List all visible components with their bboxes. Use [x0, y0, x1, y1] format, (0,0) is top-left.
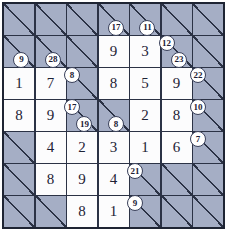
across-clue-circle: 7	[190, 131, 206, 147]
entry-cell-r4c2[interactable]: 9	[36, 100, 66, 131]
entry-cell-r4c6[interactable]: 8	[162, 100, 192, 131]
blocked-cell-r4c7: 10	[193, 100, 223, 131]
blocked-cell-r1c3	[67, 4, 97, 35]
cell-value: 4	[110, 171, 118, 188]
blocked-cell-r7c1	[4, 196, 34, 227]
blocked-cell-r5c1	[4, 132, 34, 163]
down-clue-circle: 23	[171, 52, 187, 68]
blocked-cell-r1c2	[36, 4, 66, 35]
across-clue-circle: 22	[190, 67, 206, 83]
cell-value: 9	[173, 75, 181, 92]
blocked-cell-r2c7	[193, 36, 223, 67]
cell-value: 8	[78, 203, 86, 220]
down-clue-circle: 17	[108, 20, 124, 36]
entry-cell-r2c4[interactable]: 9	[99, 36, 129, 67]
across-clue-circle: 9	[127, 195, 143, 211]
cell-value: 9	[110, 43, 118, 60]
entry-cell-r5c2[interactable]: 4	[36, 132, 66, 163]
cell-value: 1	[110, 203, 118, 220]
blocked-cell-r7c7	[193, 196, 223, 227]
entry-cell-r5c6[interactable]: 6	[162, 132, 192, 163]
blocked-cell-r3c7: 22	[193, 68, 223, 99]
cell-value: 3	[110, 139, 118, 156]
entry-cell-r3c6[interactable]: 9	[162, 68, 192, 99]
blocked-cell-r3c3: 8	[67, 68, 97, 99]
entry-cell-r3c4[interactable]: 8	[99, 68, 129, 99]
down-clue-circle: 19	[76, 116, 92, 132]
across-clue-circle: 8	[64, 67, 80, 83]
cell-value: 8	[110, 75, 118, 92]
cell-value: 8	[47, 171, 55, 188]
blocked-cell-r1c7	[193, 4, 223, 35]
entry-cell-r3c5[interactable]: 5	[130, 68, 160, 99]
entry-cell-r7c4[interactable]: 1	[99, 196, 129, 227]
blocked-cell-r2c6: 1223	[162, 36, 192, 67]
blocked-cell-r5c7: 7	[193, 132, 223, 163]
entry-cell-r6c3[interactable]: 9	[67, 164, 97, 195]
blocked-cell-r2c2: 28	[36, 36, 66, 67]
cell-value: 9	[47, 107, 55, 124]
down-clue-circle: 9	[13, 52, 29, 68]
cell-value: 3	[141, 43, 149, 60]
blocked-cell-r6c5: 21	[130, 164, 160, 195]
cell-value: 4	[47, 139, 55, 156]
cell-value: 8	[173, 107, 181, 124]
blocked-cell-r1c6	[162, 4, 192, 35]
cell-value: 6	[173, 139, 181, 156]
down-clue-circle: 11	[139, 20, 155, 36]
entry-cell-r2c5[interactable]: 3	[130, 36, 160, 67]
down-clue-circle: 8	[108, 116, 124, 132]
cell-value: 5	[141, 75, 149, 92]
cell-value: 7	[47, 75, 55, 92]
entry-cell-r7c3[interactable]: 8	[67, 196, 97, 227]
blocked-cell-r7c6	[162, 196, 192, 227]
blocked-cell-r1c5: 11	[130, 4, 160, 35]
across-clue-circle: 10	[190, 99, 206, 115]
entry-cell-r5c3[interactable]: 2	[67, 132, 97, 163]
blocked-cell-r1c4: 17	[99, 4, 129, 35]
cell-value: 2	[78, 139, 86, 156]
blocked-cell-r2c1: 9	[4, 36, 34, 67]
blocked-cell-r4c4: 8	[99, 100, 129, 131]
blocked-cell-r7c2	[36, 196, 66, 227]
down-clue-circle: 28	[45, 52, 61, 68]
entry-cell-r6c4[interactable]: 4	[99, 164, 129, 195]
cell-value: 9	[78, 171, 86, 188]
cell-value: 1	[141, 139, 149, 156]
cell-value: 8	[15, 107, 23, 124]
across-clue-circle: 17	[64, 99, 80, 115]
entry-cell-r4c1[interactable]: 8	[4, 100, 34, 131]
entry-cell-r5c5[interactable]: 1	[130, 132, 160, 163]
blocked-cell-r6c6	[162, 164, 192, 195]
entry-cell-r6c2[interactable]: 8	[36, 164, 66, 195]
across-clue-circle: 12	[159, 35, 175, 51]
kakuro-board: 1711928931223178859228917198281042316789…	[2, 2, 225, 229]
blocked-cell-r6c1	[4, 164, 34, 195]
entry-cell-r3c2[interactable]: 7	[36, 68, 66, 99]
across-clue-circle: 21	[127, 163, 143, 179]
blocked-cell-r4c3: 1719	[67, 100, 97, 131]
entry-cell-r5c4[interactable]: 3	[99, 132, 129, 163]
blocked-cell-r1c1	[4, 4, 34, 35]
cell-value: 2	[141, 107, 149, 124]
entry-cell-r4c5[interactable]: 2	[130, 100, 160, 131]
entry-cell-r3c1[interactable]: 1	[4, 68, 34, 99]
blocked-cell-r6c7	[193, 164, 223, 195]
blocked-cell-r2c3	[67, 36, 97, 67]
cell-value: 1	[15, 75, 23, 92]
blocked-cell-r7c5: 9	[130, 196, 160, 227]
